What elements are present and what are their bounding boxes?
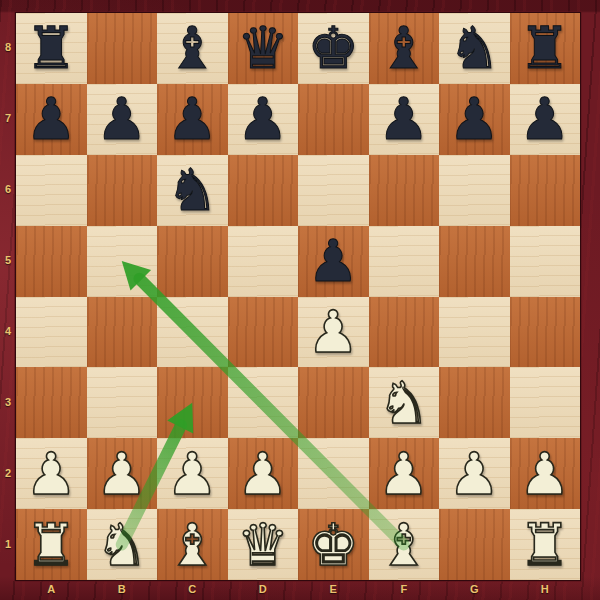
black-bishop-c8[interactable]: ♝: [166, 19, 218, 77]
square-c8[interactable]: ♝: [157, 13, 228, 84]
square-h8[interactable]: ♜: [510, 13, 581, 84]
square-d8[interactable]: ♛: [228, 13, 299, 84]
square-g7[interactable]: ♟: [439, 84, 510, 155]
square-g4[interactable]: [439, 297, 510, 368]
square-f8[interactable]: ♝: [369, 13, 440, 84]
square-b7[interactable]: ♟: [87, 84, 158, 155]
square-b4[interactable]: [87, 297, 158, 368]
square-d7[interactable]: ♟: [228, 84, 299, 155]
black-king-e8[interactable]: ♚: [307, 19, 359, 77]
white-pawn-b2[interactable]: ♟: [96, 445, 148, 503]
square-b3[interactable]: [87, 367, 158, 438]
square-g1[interactable]: [439, 509, 510, 580]
square-a3[interactable]: [16, 367, 87, 438]
rank-label-5: 5: [1, 254, 15, 266]
square-c7[interactable]: ♟: [157, 84, 228, 155]
black-pawn-e5[interactable]: ♟: [307, 232, 359, 290]
square-f7[interactable]: ♟: [369, 84, 440, 155]
square-e3[interactable]: [298, 367, 369, 438]
rank-label-4: 4: [1, 325, 15, 337]
square-e7[interactable]: [298, 84, 369, 155]
white-king-e1[interactable]: ♚: [307, 516, 359, 574]
white-pawn-f2[interactable]: ♟: [378, 445, 430, 503]
black-pawn-b7[interactable]: ♟: [96, 90, 148, 148]
square-g3[interactable]: [439, 367, 510, 438]
square-f4[interactable]: [369, 297, 440, 368]
file-label-h: H: [535, 583, 555, 595]
square-h5[interactable]: [510, 226, 581, 297]
square-h4[interactable]: [510, 297, 581, 368]
black-rook-h8[interactable]: ♜: [519, 19, 571, 77]
square-f3[interactable]: ♞: [369, 367, 440, 438]
black-knight-c6[interactable]: ♞: [166, 161, 218, 219]
square-b6[interactable]: [87, 155, 158, 226]
file-label-a: A: [41, 583, 61, 595]
chess-board-frame: ♜♝♛♚♝♞♜♟♟♟♟♟♟♟♞♟♟♞♟♟♟♟♟♟♟♜♞♝♛♚♝♜ ABCDEFG…: [0, 0, 600, 600]
square-c2[interactable]: ♟: [157, 438, 228, 509]
rank-label-1: 1: [1, 538, 15, 550]
square-a4[interactable]: [16, 297, 87, 368]
black-pawn-h7[interactable]: ♟: [519, 90, 571, 148]
black-pawn-g7[interactable]: ♟: [448, 90, 500, 148]
square-a2[interactable]: ♟: [16, 438, 87, 509]
white-pawn-g2[interactable]: ♟: [448, 445, 500, 503]
file-label-b: B: [112, 583, 132, 595]
white-knight-b1[interactable]: ♞: [96, 516, 148, 574]
square-f6[interactable]: [369, 155, 440, 226]
square-c5[interactable]: [157, 226, 228, 297]
white-pawn-a2[interactable]: ♟: [25, 445, 77, 503]
black-bishop-f8[interactable]: ♝: [378, 19, 430, 77]
rank-label-3: 3: [1, 396, 15, 408]
square-h1[interactable]: ♜: [510, 509, 581, 580]
square-e1[interactable]: ♚: [298, 509, 369, 580]
square-d4[interactable]: [228, 297, 299, 368]
white-queen-d1[interactable]: ♛: [237, 516, 289, 574]
square-c4[interactable]: [157, 297, 228, 368]
square-b2[interactable]: ♟: [87, 438, 158, 509]
square-f2[interactable]: ♟: [369, 438, 440, 509]
square-d5[interactable]: [228, 226, 299, 297]
square-f1[interactable]: ♝: [369, 509, 440, 580]
square-e6[interactable]: [298, 155, 369, 226]
chess-board[interactable]: ♜♝♛♚♝♞♜♟♟♟♟♟♟♟♞♟♟♞♟♟♟♟♟♟♟♜♞♝♛♚♝♜: [16, 13, 580, 580]
white-pawn-e4[interactable]: ♟: [307, 303, 359, 361]
black-rook-a8[interactable]: ♜: [25, 19, 77, 77]
square-b8[interactable]: [87, 13, 158, 84]
square-h6[interactable]: [510, 155, 581, 226]
file-label-f: F: [394, 583, 414, 595]
black-pawn-a7[interactable]: ♟: [25, 90, 77, 148]
square-b1[interactable]: ♞: [87, 509, 158, 580]
black-pawn-c7[interactable]: ♟: [166, 90, 218, 148]
file-label-g: G: [464, 583, 484, 595]
square-d6[interactable]: [228, 155, 299, 226]
square-a5[interactable]: [16, 226, 87, 297]
black-knight-g8[interactable]: ♞: [448, 19, 500, 77]
square-e8[interactable]: ♚: [298, 13, 369, 84]
square-g6[interactable]: [439, 155, 510, 226]
square-g8[interactable]: ♞: [439, 13, 510, 84]
square-d3[interactable]: [228, 367, 299, 438]
black-queen-d8[interactable]: ♛: [237, 19, 289, 77]
square-f5[interactable]: [369, 226, 440, 297]
rank-label-8: 8: [1, 41, 15, 53]
white-rook-a1[interactable]: ♜: [25, 516, 77, 574]
file-label-e: E: [323, 583, 343, 595]
white-pawn-c2[interactable]: ♟: [166, 445, 218, 503]
rank-label-6: 6: [1, 183, 15, 195]
square-d2[interactable]: ♟: [228, 438, 299, 509]
square-h3[interactable]: [510, 367, 581, 438]
file-label-c: C: [182, 583, 202, 595]
black-pawn-d7[interactable]: ♟: [237, 90, 289, 148]
square-c1[interactable]: ♝: [157, 509, 228, 580]
white-pawn-d2[interactable]: ♟: [237, 445, 289, 503]
white-rook-h1[interactable]: ♜: [519, 516, 571, 574]
white-pawn-h2[interactable]: ♟: [519, 445, 571, 503]
square-g2[interactable]: ♟: [439, 438, 510, 509]
square-a1[interactable]: ♜: [16, 509, 87, 580]
square-e2[interactable]: [298, 438, 369, 509]
file-label-d: D: [253, 583, 273, 595]
white-bishop-c1[interactable]: ♝: [166, 516, 218, 574]
square-b5[interactable]: [87, 226, 158, 297]
rank-label-2: 2: [1, 467, 15, 479]
square-g5[interactable]: [439, 226, 510, 297]
square-a6[interactable]: [16, 155, 87, 226]
square-h2[interactable]: ♟: [510, 438, 581, 509]
black-pawn-f7[interactable]: ♟: [378, 90, 430, 148]
square-c6[interactable]: ♞: [157, 155, 228, 226]
square-c3[interactable]: [157, 367, 228, 438]
rank-label-7: 7: [1, 112, 15, 124]
square-a7[interactable]: ♟: [16, 84, 87, 155]
square-h7[interactable]: ♟: [510, 84, 581, 155]
white-bishop-f1[interactable]: ♝: [378, 516, 430, 574]
white-knight-f3[interactable]: ♞: [378, 374, 430, 432]
square-e4[interactable]: ♟: [298, 297, 369, 368]
square-e5[interactable]: ♟: [298, 226, 369, 297]
square-a8[interactable]: ♜: [16, 13, 87, 84]
square-d1[interactable]: ♛: [228, 509, 299, 580]
